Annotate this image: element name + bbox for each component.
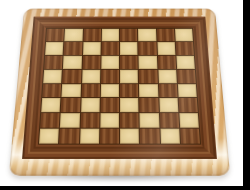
square-r8c2[interactable]: [59, 129, 79, 144]
square-r3c3[interactable]: [82, 56, 100, 69]
square-r2c7[interactable]: [157, 42, 175, 55]
square-r5c5[interactable]: [120, 84, 138, 98]
square-r7c5[interactable]: [120, 113, 139, 127]
square-r6c5[interactable]: [120, 98, 139, 112]
square-r6c2[interactable]: [61, 98, 80, 112]
board-scene: [9, 9, 230, 176]
square-r4c4[interactable]: [101, 69, 119, 82]
square-r8c7[interactable]: [160, 129, 180, 144]
square-r1c7[interactable]: [157, 29, 175, 41]
square-r5c4[interactable]: [101, 84, 119, 98]
square-r8c6[interactable]: [140, 129, 159, 144]
square-r4c2[interactable]: [62, 69, 81, 82]
square-r1c1[interactable]: [46, 29, 64, 41]
square-r5c8[interactable]: [178, 84, 197, 98]
square-r6c6[interactable]: [139, 98, 158, 112]
square-r6c1[interactable]: [41, 98, 60, 112]
square-r4c6[interactable]: [139, 69, 157, 82]
square-r1c3[interactable]: [83, 29, 101, 41]
square-r5c6[interactable]: [139, 84, 158, 98]
square-r1c6[interactable]: [138, 29, 156, 41]
square-r2c3[interactable]: [83, 42, 101, 55]
square-r6c3[interactable]: [81, 98, 100, 112]
square-r3c1[interactable]: [44, 56, 63, 69]
square-r3c2[interactable]: [63, 56, 81, 69]
square-r4c7[interactable]: [158, 69, 177, 82]
chess-board: [9, 9, 230, 176]
square-r7c8[interactable]: [179, 113, 199, 127]
square-r8c1[interactable]: [39, 129, 59, 144]
square-r2c6[interactable]: [138, 42, 156, 55]
square-r5c2[interactable]: [62, 84, 81, 98]
square-r7c2[interactable]: [60, 113, 79, 127]
screenshot-root: [0, 0, 250, 190]
square-r6c8[interactable]: [178, 98, 197, 112]
square-r3c7[interactable]: [157, 56, 175, 69]
square-r2c8[interactable]: [175, 42, 193, 55]
square-r3c5[interactable]: [120, 56, 138, 69]
square-r7c7[interactable]: [159, 113, 178, 127]
square-r1c5[interactable]: [120, 29, 138, 41]
square-r5c7[interactable]: [158, 84, 177, 98]
square-r3c6[interactable]: [139, 56, 157, 69]
square-r8c8[interactable]: [180, 129, 200, 144]
square-r8c5[interactable]: [120, 129, 139, 144]
square-r4c8[interactable]: [177, 69, 196, 82]
square-r6c7[interactable]: [159, 98, 178, 112]
square-r7c4[interactable]: [100, 113, 119, 127]
square-r1c4[interactable]: [101, 29, 119, 41]
square-r2c4[interactable]: [101, 42, 119, 55]
square-r7c3[interactable]: [80, 113, 99, 127]
square-r4c1[interactable]: [43, 69, 62, 82]
square-r2c2[interactable]: [64, 42, 82, 55]
square-r1c8[interactable]: [175, 29, 193, 41]
square-r8c4[interactable]: [100, 129, 119, 144]
square-r5c1[interactable]: [42, 84, 61, 98]
board-squares-grid: [38, 28, 201, 145]
square-r8c3[interactable]: [80, 129, 99, 144]
square-r4c3[interactable]: [82, 69, 100, 82]
square-r2c1[interactable]: [45, 42, 63, 55]
square-r7c1[interactable]: [40, 113, 60, 127]
square-r3c4[interactable]: [101, 56, 119, 69]
square-r4c5[interactable]: [120, 69, 138, 82]
square-r7c6[interactable]: [140, 113, 159, 127]
square-r5c3[interactable]: [81, 84, 100, 98]
square-r2c5[interactable]: [120, 42, 138, 55]
square-r1c2[interactable]: [65, 29, 83, 41]
square-r3c8[interactable]: [176, 56, 195, 69]
photo-backdrop: [0, 0, 243, 186]
square-r6c4[interactable]: [100, 98, 119, 112]
